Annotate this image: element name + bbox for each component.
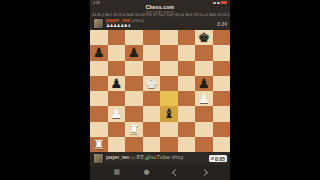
square-d3[interactable] — [143, 106, 161, 121]
square-e6[interactable] — [160, 61, 178, 76]
square-e4[interactable] — [160, 91, 178, 106]
square-e7[interactable] — [160, 45, 178, 60]
square-c4[interactable] — [125, 91, 143, 106]
status-icons — [213, 1, 227, 4]
square-b6[interactable] — [108, 61, 126, 76]
square-f3[interactable] — [178, 106, 196, 121]
square-c2[interactable]: ♜ — [125, 122, 143, 137]
square-d1[interactable] — [143, 137, 161, 152]
square-f2[interactable] — [178, 122, 196, 137]
square-b2[interactable] — [108, 122, 126, 137]
square-h1[interactable] — [213, 137, 231, 152]
square-h2[interactable] — [213, 122, 231, 137]
black-bishop[interactable]: ♝ — [163, 107, 175, 120]
bottom-player-clock: ⏱ 0:05 — [209, 155, 227, 162]
white-king[interactable]: ♚ — [145, 77, 157, 90]
square-f6[interactable] — [178, 61, 196, 76]
square-f5[interactable] — [178, 76, 196, 91]
square-h5[interactable] — [213, 76, 231, 91]
chess-board: ♚♟♟♟♚♟♟♟♝♜♜ — [90, 30, 230, 152]
square-a1[interactable]: ♜ — [90, 137, 108, 152]
square-d4[interactable] — [143, 91, 161, 106]
square-g8[interactable]: ♚ — [195, 30, 213, 45]
square-a2[interactable] — [90, 122, 108, 137]
top-player-rating: (2403) — [131, 19, 144, 23]
wifi-icon — [217, 2, 220, 4]
square-h7[interactable] — [213, 45, 231, 60]
square-d6[interactable] — [143, 61, 161, 76]
forward-chevron-icon[interactable] — [201, 169, 208, 176]
square-d5[interactable]: ♚ — [143, 76, 161, 91]
white-pawn[interactable]: ♟ — [110, 107, 122, 120]
square-f4[interactable] — [178, 91, 196, 106]
square-g2[interactable] — [195, 122, 213, 137]
square-g7[interactable] — [195, 45, 213, 60]
status-time: 2:23 — [93, 1, 100, 5]
square-g6[interactable] — [195, 61, 213, 76]
square-e3[interactable]: ♝ — [160, 106, 178, 121]
square-a4[interactable] — [90, 91, 108, 106]
square-h3[interactable] — [213, 106, 231, 121]
square-a5[interactable] — [90, 76, 108, 91]
square-b8[interactable] — [108, 30, 126, 45]
menu-icon[interactable]: ▦ — [113, 169, 120, 176]
black-pawn[interactable]: ♟ — [110, 77, 122, 90]
square-d7[interactable] — [143, 45, 161, 60]
square-c6[interactable] — [125, 61, 143, 76]
square-d8[interactable] — [143, 30, 161, 45]
bottom-player-avatar[interactable] — [93, 153, 104, 164]
white-pawn[interactable]: ♟ — [198, 92, 210, 105]
white-rook[interactable]: ♜ — [128, 123, 140, 136]
square-f7[interactable] — [178, 45, 196, 60]
square-b7[interactable] — [108, 45, 126, 60]
black-king[interactable]: ♚ — [198, 31, 210, 44]
square-e5[interactable] — [160, 76, 178, 91]
top-captured-pieces: ♟♟♟♟♟♞♝ — [106, 24, 215, 28]
square-h6[interactable] — [213, 61, 231, 76]
top-player-avatar[interactable] — [93, 18, 104, 29]
video-caption-overlay: TT: YouTube izicy — [137, 154, 184, 160]
black-pawn[interactable]: ♟ — [198, 77, 210, 90]
square-c7[interactable]: ♟ — [125, 45, 143, 60]
black-pawn[interactable]: ♟ — [93, 46, 105, 59]
square-a6[interactable] — [90, 61, 108, 76]
square-c1[interactable] — [125, 137, 143, 152]
square-b3[interactable]: ♟ — [108, 106, 126, 121]
square-b1[interactable] — [108, 137, 126, 152]
square-a7[interactable]: ♟ — [90, 45, 108, 60]
square-c8[interactable] — [125, 30, 143, 45]
square-a8[interactable] — [90, 30, 108, 45]
square-e1[interactable] — [160, 137, 178, 152]
square-e2[interactable] — [160, 122, 178, 137]
square-d2[interactable] — [143, 122, 161, 137]
square-c5[interactable] — [125, 76, 143, 91]
top-player-clock: 3:24 — [217, 21, 227, 27]
back-chevron-icon[interactable] — [172, 169, 179, 176]
square-b5[interactable]: ♟ — [108, 76, 126, 91]
top-player-bar: player_one (2403) ♟♟♟♟♟♞♝ 3:24 — [90, 17, 230, 30]
clock-icon: ⏱ — [211, 156, 214, 162]
app-header: Chess.com chess game analysis — [90, 5, 230, 13]
square-g4[interactable]: ♟ — [195, 91, 213, 106]
square-h4[interactable] — [213, 91, 231, 106]
bottom-nav-bar: ▦ ● — [90, 165, 230, 180]
signal-icon — [213, 2, 216, 4]
square-g1[interactable] — [195, 137, 213, 152]
square-b4[interactable] — [108, 91, 126, 106]
square-a3[interactable] — [90, 106, 108, 121]
square-g3[interactable] — [195, 106, 213, 121]
square-e8[interactable] — [160, 30, 178, 45]
square-f1[interactable] — [178, 137, 196, 152]
square-h8[interactable] — [213, 30, 231, 45]
white-rook[interactable]: ♜ — [93, 138, 105, 151]
black-pawn[interactable]: ♟ — [128, 46, 140, 59]
explore-icon[interactable]: ● — [144, 169, 150, 176]
square-g5[interactable]: ♟ — [195, 76, 213, 91]
battery-icon — [221, 1, 227, 4]
phone-screen: 2:23 Chess.com chess game analysis 34.Rc… — [90, 0, 230, 180]
square-c3[interactable] — [125, 106, 143, 121]
square-f8[interactable] — [178, 30, 196, 45]
